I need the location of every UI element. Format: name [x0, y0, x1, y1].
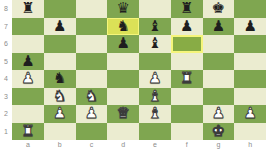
square-g5[interactable] [203, 53, 235, 71]
square-d6[interactable]: ♟ [107, 35, 139, 53]
square-c5[interactable] [76, 53, 108, 71]
square-f5[interactable] [171, 53, 203, 71]
black-bishop-e7[interactable]: ♝ [148, 18, 161, 35]
square-g4[interactable] [203, 70, 235, 88]
square-a8[interactable]: ♜ [12, 0, 44, 18]
square-a4[interactable]: ♟ [12, 70, 44, 88]
square-b5[interactable] [44, 53, 76, 71]
square-h2[interactable]: ♟ [234, 105, 266, 123]
square-a7[interactable] [12, 18, 44, 36]
square-e2[interactable]: ♝ [139, 105, 171, 123]
black-rook-f8[interactable]: ♜ [180, 0, 193, 17]
rank-label-1: 1 [0, 123, 12, 141]
white-queen-d2[interactable]: ♛ [116, 105, 129, 122]
white-knight-c3[interactable]: ♞ [85, 88, 98, 105]
square-g8[interactable]: ♚ [203, 0, 235, 18]
file-label-h: h [234, 140, 266, 150]
square-d4[interactable] [107, 70, 139, 88]
square-f1[interactable] [171, 123, 203, 141]
square-b1[interactable] [44, 123, 76, 141]
square-h5[interactable] [234, 53, 266, 71]
black-pawn-b7[interactable]: ♟ [53, 18, 66, 35]
white-bishop-e3[interactable]: ♝ [148, 88, 161, 105]
square-f2[interactable] [171, 105, 203, 123]
square-a5[interactable]: ♟ [12, 53, 44, 71]
square-f3[interactable] [171, 88, 203, 106]
square-c6[interactable] [76, 35, 108, 53]
square-b4[interactable]: ♞ [44, 70, 76, 88]
file-label-f: f [171, 140, 203, 150]
square-b3[interactable]: ♞ [44, 88, 76, 106]
file-label-c: c [76, 140, 108, 150]
square-f7[interactable]: ♟ [171, 18, 203, 36]
square-c2[interactable]: ♟ [76, 105, 108, 123]
white-rook-f4[interactable]: ♜ [180, 70, 193, 87]
black-bishop-e6[interactable]: ♝ [148, 35, 161, 52]
black-rook-a8[interactable]: ♜ [21, 0, 34, 17]
file-label-g: g [203, 140, 235, 150]
rank-labels: 87654321 [0, 0, 12, 140]
white-pawn-e4[interactable]: ♟ [148, 70, 161, 87]
black-knight-d7[interactable]: ♞ [116, 18, 129, 35]
square-e5[interactable] [139, 53, 171, 71]
square-h4[interactable] [234, 70, 266, 88]
square-f6[interactable] [171, 35, 203, 53]
white-pawn-h2[interactable]: ♟ [243, 105, 256, 122]
square-g1[interactable]: ♚ [203, 123, 235, 141]
square-g7[interactable]: ♟ [203, 18, 235, 36]
square-f8[interactable]: ♜ [171, 0, 203, 18]
black-pawn-f7[interactable]: ♟ [180, 18, 193, 35]
square-d7[interactable]: ♞ [107, 18, 139, 36]
square-b6[interactable] [44, 35, 76, 53]
square-h6[interactable] [234, 35, 266, 53]
black-pawn-h7[interactable]: ♟ [243, 18, 256, 35]
square-b7[interactable]: ♟ [44, 18, 76, 36]
file-label-d: d [107, 140, 139, 150]
square-e1[interactable] [139, 123, 171, 141]
rank-label-7: 7 [0, 18, 12, 36]
white-bishop-e2[interactable]: ♝ [148, 105, 161, 122]
square-a6[interactable] [12, 35, 44, 53]
square-d1[interactable] [107, 123, 139, 141]
rank-label-8: 8 [0, 0, 12, 18]
square-d5[interactable] [107, 53, 139, 71]
white-pawn-c2[interactable]: ♟ [85, 105, 98, 122]
white-king-g1[interactable]: ♚ [212, 123, 225, 140]
square-a2[interactable] [12, 105, 44, 123]
black-queen-d8[interactable]: ♛ [116, 0, 129, 17]
rank-label-2: 2 [0, 105, 12, 123]
square-g2[interactable]: ♟ [203, 105, 235, 123]
square-g6[interactable] [203, 35, 235, 53]
chess-board[interactable]: ♜♛♜♚♟♞♝♟♟♟♟♝♟♟♞♟♜♞♞♝♟♟♛♝♟♟♜♚ [12, 0, 266, 140]
square-f4[interactable]: ♜ [171, 70, 203, 88]
black-pawn-d6[interactable]: ♟ [116, 35, 129, 52]
square-c3[interactable]: ♞ [76, 88, 108, 106]
square-g3[interactable] [203, 88, 235, 106]
square-c7[interactable] [76, 18, 108, 36]
black-king-g8[interactable]: ♚ [212, 0, 225, 17]
square-d3[interactable] [107, 88, 139, 106]
square-e6[interactable]: ♝ [139, 35, 171, 53]
square-d8[interactable]: ♛ [107, 0, 139, 18]
square-h3[interactable] [234, 88, 266, 106]
rank-label-5: 5 [0, 53, 12, 71]
square-e3[interactable]: ♝ [139, 88, 171, 106]
white-rook-a1[interactable]: ♜ [21, 123, 34, 140]
file-label-a: a [12, 140, 44, 150]
square-c4[interactable] [76, 70, 108, 88]
rank-label-3: 3 [0, 88, 12, 106]
square-a3[interactable] [12, 88, 44, 106]
black-pawn-a5[interactable]: ♟ [21, 53, 34, 70]
white-pawn-b2[interactable]: ♟ [53, 105, 66, 122]
rank-label-4: 4 [0, 70, 12, 88]
square-e8[interactable] [139, 0, 171, 18]
white-pawn-a4[interactable]: ♟ [21, 70, 34, 87]
square-c1[interactable] [76, 123, 108, 141]
white-knight-b3[interactable]: ♞ [53, 88, 66, 105]
square-h8[interactable] [234, 0, 266, 18]
file-label-b: b [44, 140, 76, 150]
square-a1[interactable]: ♜ [12, 123, 44, 141]
square-e4[interactable]: ♟ [139, 70, 171, 88]
square-h7[interactable]: ♟ [234, 18, 266, 36]
square-e7[interactable]: ♝ [139, 18, 171, 36]
chess-app-screenshot: 87654321 ♜♛♜♚♟♞♝♟♟♟♟♝♟♟♞♟♜♞♞♝♟♟♛♝♟♟♜♚ ab… [0, 0, 266, 150]
rank-label-6: 6 [0, 35, 12, 53]
file-label-e: e [139, 140, 171, 150]
square-b8[interactable] [44, 0, 76, 18]
white-pawn-g2[interactable]: ♟ [212, 105, 225, 122]
square-h1[interactable] [234, 123, 266, 141]
square-d2[interactable]: ♛ [107, 105, 139, 123]
file-labels: abcdefgh [12, 140, 266, 150]
black-knight-b4[interactable]: ♞ [53, 70, 66, 87]
square-b2[interactable]: ♟ [44, 105, 76, 123]
black-pawn-g7[interactable]: ♟ [212, 18, 225, 35]
square-c8[interactable] [76, 0, 108, 18]
